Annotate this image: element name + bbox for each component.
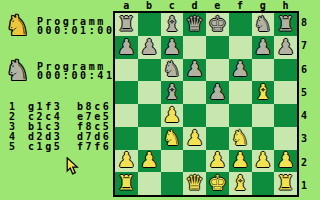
- piece-black-pawn[interactable]: ♟: [162, 37, 181, 58]
- square-f6[interactable]: ♟: [229, 59, 252, 82]
- move-no: 5: [9, 142, 18, 152]
- piece-white-pawn[interactable]: ♟: [117, 150, 136, 171]
- square-b5[interactable]: [138, 81, 161, 104]
- piece-white-rook[interactable]: ♜: [276, 173, 295, 194]
- player-panel-black: ♞ Programm 000:00:41: [2, 56, 115, 86]
- file-label-f: f: [229, 0, 252, 11]
- player-clock: 000:01:00: [37, 26, 115, 35]
- yellow-knight-icon: ♞: [2, 11, 33, 41]
- file-labels: abcdefgh: [115, 0, 297, 11]
- cursor-arrow-shape: [67, 158, 77, 174]
- square-a4[interactable]: [115, 104, 138, 127]
- file-label-c: c: [161, 0, 184, 11]
- piece-white-queen[interactable]: ♛: [185, 173, 204, 194]
- rank-label-3: 3: [301, 127, 307, 150]
- piece-white-rook[interactable]: ♜: [117, 173, 136, 194]
- piece-black-knight[interactable]: ♞: [162, 59, 181, 80]
- piece-black-bishop[interactable]: ♝: [162, 82, 181, 103]
- player-panel-white: ♞ Programm 000:01:00: [2, 11, 115, 41]
- piece-white-king[interactable]: ♚: [208, 173, 227, 194]
- square-d7[interactable]: [183, 36, 206, 59]
- square-e3[interactable]: [206, 127, 229, 150]
- square-c3[interactable]: ♞: [161, 127, 184, 150]
- square-b6[interactable]: [138, 59, 161, 82]
- square-h4[interactable]: [274, 104, 297, 127]
- square-e2[interactable]: ♟: [206, 150, 229, 173]
- file-label-h: h: [274, 0, 297, 11]
- chess-app-screen: ♞ Programm 000:01:00 ♞ Programm 000:00:4…: [0, 0, 320, 200]
- player-info-white: Programm 000:01:00: [37, 17, 115, 35]
- piece-white-pawn[interactable]: ♟: [208, 150, 227, 171]
- square-d8[interactable]: ♛: [183, 13, 206, 36]
- square-d5[interactable]: [183, 81, 206, 104]
- square-h7[interactable]: ♟: [274, 36, 297, 59]
- square-f1[interactable]: ♝: [229, 172, 252, 195]
- rank-label-5: 5: [301, 81, 307, 104]
- piece-white-bishop[interactable]: ♝: [231, 173, 250, 194]
- piece-black-king[interactable]: ♚: [208, 14, 227, 35]
- square-d4[interactable]: [183, 104, 206, 127]
- square-f5[interactable]: [229, 81, 252, 104]
- square-h1[interactable]: ♜: [274, 172, 297, 195]
- square-b4[interactable]: [138, 104, 161, 127]
- square-c8[interactable]: ♝: [161, 13, 184, 36]
- piece-white-pawn[interactable]: ♟: [231, 150, 250, 171]
- square-a7[interactable]: ♟: [115, 36, 138, 59]
- file-label-a: a: [115, 0, 138, 11]
- square-h5[interactable]: [274, 81, 297, 104]
- piece-black-pawn[interactable]: ♟: [140, 37, 159, 58]
- rank-label-8: 8: [301, 11, 307, 34]
- square-a6[interactable]: [115, 59, 138, 82]
- piece-white-pawn[interactable]: ♟: [185, 128, 204, 149]
- square-g2[interactable]: ♟: [252, 150, 275, 173]
- player-clock: 000:00:41: [37, 71, 115, 80]
- square-c1[interactable]: [161, 172, 184, 195]
- square-g7[interactable]: ♟: [252, 36, 275, 59]
- piece-black-knight[interactable]: ♞: [253, 14, 272, 35]
- square-f2[interactable]: ♟: [229, 150, 252, 173]
- square-f7[interactable]: [229, 36, 252, 59]
- piece-white-pawn[interactable]: ♟: [253, 150, 272, 171]
- board-frame: ♜♝♛♚♞♜♟♟♟♟♟♞♟♟♝♟♝♟♞♟♞♟♟♟♟♟♟♜♛♚♝♜: [113, 11, 299, 197]
- square-e1[interactable]: ♚: [206, 172, 229, 195]
- player-info-black: Programm 000:00:41: [37, 62, 115, 80]
- piece-black-rook[interactable]: ♜: [117, 14, 136, 35]
- square-c2[interactable]: [161, 150, 184, 173]
- square-a8[interactable]: ♜: [115, 13, 138, 36]
- square-a1[interactable]: ♜: [115, 172, 138, 195]
- square-h3[interactable]: [274, 127, 297, 150]
- move-row: 5c1g5f7f6: [0, 142, 113, 152]
- square-f3[interactable]: ♞: [229, 127, 252, 150]
- square-b3[interactable]: [138, 127, 161, 150]
- square-b8[interactable]: [138, 13, 161, 36]
- file-label-b: b: [138, 0, 161, 11]
- rank-label-7: 7: [301, 34, 307, 57]
- chess-board: ♜♝♛♚♞♜♟♟♟♟♟♞♟♟♝♟♝♟♞♟♞♟♟♟♟♟♟♜♛♚♝♜: [115, 13, 297, 195]
- move-list: 1g1f3b8c62c2c4e7e53b1c3f8c54d2d3d7d65c1g…: [0, 102, 113, 152]
- square-g6[interactable]: [252, 59, 275, 82]
- rank-label-2: 2: [301, 151, 307, 174]
- square-c7[interactable]: ♟: [161, 36, 184, 59]
- piece-black-rook[interactable]: ♜: [276, 14, 295, 35]
- piece-white-knight[interactable]: ♞: [231, 128, 250, 149]
- square-b1[interactable]: [138, 172, 161, 195]
- square-g4[interactable]: [252, 104, 275, 127]
- square-a2[interactable]: ♟: [115, 150, 138, 173]
- square-c4[interactable]: ♟: [161, 104, 184, 127]
- square-f8[interactable]: [229, 13, 252, 36]
- square-a3[interactable]: [115, 127, 138, 150]
- rank-label-6: 6: [301, 58, 307, 81]
- piece-black-pawn[interactable]: ♟: [185, 59, 204, 80]
- file-label-e: e: [206, 0, 229, 11]
- piece-white-bishop[interactable]: ♝: [253, 82, 272, 103]
- piece-black-bishop[interactable]: ♝: [162, 14, 181, 35]
- piece-black-pawn[interactable]: ♟: [253, 37, 272, 58]
- square-h8[interactable]: ♜: [274, 13, 297, 36]
- square-d6[interactable]: ♟: [183, 59, 206, 82]
- square-e5[interactable]: ♟: [206, 81, 229, 104]
- piece-white-pawn[interactable]: ♟: [140, 150, 159, 171]
- piece-white-pawn[interactable]: ♟: [162, 105, 181, 126]
- square-b2[interactable]: ♟: [138, 150, 161, 173]
- rank-labels: 87654321: [301, 11, 307, 197]
- square-a5[interactable]: [115, 81, 138, 104]
- piece-white-knight[interactable]: ♞: [162, 128, 181, 149]
- square-c5[interactable]: ♝: [161, 81, 184, 104]
- rank-label-1: 1: [301, 174, 307, 197]
- square-c6[interactable]: ♞: [161, 59, 184, 82]
- square-h6[interactable]: [274, 59, 297, 82]
- square-e7[interactable]: [206, 36, 229, 59]
- square-d3[interactable]: ♟: [183, 127, 206, 150]
- gray-knight-icon: ♞: [2, 56, 33, 86]
- move-black: f7f6: [77, 142, 111, 152]
- square-e6[interactable]: [206, 59, 229, 82]
- file-label-g: g: [252, 0, 275, 11]
- square-g1[interactable]: [252, 172, 275, 195]
- rank-label-4: 4: [301, 104, 307, 127]
- square-d2[interactable]: [183, 150, 206, 173]
- square-g8[interactable]: ♞: [252, 13, 275, 36]
- square-d1[interactable]: ♛: [183, 172, 206, 195]
- piece-black-pawn[interactable]: ♟: [231, 59, 250, 80]
- square-g3[interactable]: [252, 127, 275, 150]
- piece-black-pawn[interactable]: ♟: [276, 37, 295, 58]
- square-b7[interactable]: ♟: [138, 36, 161, 59]
- square-h2[interactable]: ♟: [274, 150, 297, 173]
- move-white: c1g5: [28, 142, 62, 152]
- piece-black-pawn[interactable]: ♟: [117, 37, 136, 58]
- square-e4[interactable]: [206, 104, 229, 127]
- square-g5[interactable]: ♝: [252, 81, 275, 104]
- square-f4[interactable]: [229, 104, 252, 127]
- piece-white-pawn[interactable]: ♟: [276, 150, 295, 171]
- square-e8[interactable]: ♚: [206, 13, 229, 36]
- mouse-cursor: [66, 157, 79, 175]
- piece-black-pawn[interactable]: ♟: [208, 82, 227, 103]
- piece-black-queen[interactable]: ♛: [185, 14, 204, 35]
- file-label-d: d: [183, 0, 206, 11]
